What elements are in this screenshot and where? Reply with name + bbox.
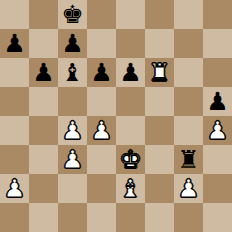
square-d3[interactable] xyxy=(87,145,116,174)
white-pawn-g2[interactable]: ♟ xyxy=(177,174,199,203)
square-e4[interactable] xyxy=(116,116,145,145)
square-a2[interactable]: ♟ xyxy=(0,174,29,203)
white-pawn-c3[interactable]: ♟ xyxy=(61,145,83,174)
square-g1[interactable] xyxy=(174,203,203,232)
square-g4[interactable] xyxy=(174,116,203,145)
square-f7[interactable] xyxy=(145,29,174,58)
square-g6[interactable] xyxy=(174,58,203,87)
chess-board: ♚♟♟♟♝♟♟♜♟♟♟♟♟♚♜♟♝♟ xyxy=(0,0,232,232)
square-b8[interactable] xyxy=(29,0,58,29)
square-e7[interactable] xyxy=(116,29,145,58)
square-h8[interactable] xyxy=(203,0,232,29)
square-a3[interactable] xyxy=(0,145,29,174)
square-g3[interactable]: ♜ xyxy=(174,145,203,174)
square-f1[interactable] xyxy=(145,203,174,232)
black-pawn-a7[interactable]: ♟ xyxy=(3,29,25,58)
black-bishop-c6[interactable]: ♝ xyxy=(61,58,83,87)
square-e2[interactable]: ♝ xyxy=(116,174,145,203)
black-pawn-e6[interactable]: ♟ xyxy=(119,58,141,87)
square-b7[interactable] xyxy=(29,29,58,58)
square-e5[interactable] xyxy=(116,87,145,116)
black-pawn-c7[interactable]: ♟ xyxy=(61,29,83,58)
square-c1[interactable] xyxy=(58,203,87,232)
white-pawn-a2[interactable]: ♟ xyxy=(3,174,25,203)
black-pawn-d6[interactable]: ♟ xyxy=(90,58,112,87)
square-b2[interactable] xyxy=(29,174,58,203)
square-a6[interactable] xyxy=(0,58,29,87)
square-h5[interactable]: ♟ xyxy=(203,87,232,116)
square-f8[interactable] xyxy=(145,0,174,29)
square-c3[interactable]: ♟ xyxy=(58,145,87,174)
white-pawn-c4[interactable]: ♟ xyxy=(61,116,83,145)
white-rook-f6[interactable]: ♜ xyxy=(148,58,170,87)
square-a5[interactable] xyxy=(0,87,29,116)
square-g8[interactable] xyxy=(174,0,203,29)
square-e6[interactable]: ♟ xyxy=(116,58,145,87)
square-d5[interactable] xyxy=(87,87,116,116)
square-b4[interactable] xyxy=(29,116,58,145)
square-c5[interactable] xyxy=(58,87,87,116)
white-bishop-e2[interactable]: ♝ xyxy=(119,174,141,203)
square-g5[interactable] xyxy=(174,87,203,116)
square-g2[interactable]: ♟ xyxy=(174,174,203,203)
square-f5[interactable] xyxy=(145,87,174,116)
black-pawn-h5[interactable]: ♟ xyxy=(206,87,228,116)
square-c8[interactable]: ♚ xyxy=(58,0,87,29)
black-rook-g3[interactable]: ♜ xyxy=(177,145,199,174)
square-a1[interactable] xyxy=(0,203,29,232)
square-h1[interactable] xyxy=(203,203,232,232)
square-h6[interactable] xyxy=(203,58,232,87)
square-a8[interactable] xyxy=(0,0,29,29)
square-a4[interactable] xyxy=(0,116,29,145)
square-f4[interactable] xyxy=(145,116,174,145)
black-pawn-b6[interactable]: ♟ xyxy=(32,58,54,87)
square-f3[interactable] xyxy=(145,145,174,174)
square-b1[interactable] xyxy=(29,203,58,232)
square-a7[interactable]: ♟ xyxy=(0,29,29,58)
square-d8[interactable] xyxy=(87,0,116,29)
square-f2[interactable] xyxy=(145,174,174,203)
square-e3[interactable]: ♚ xyxy=(116,145,145,174)
square-c7[interactable]: ♟ xyxy=(58,29,87,58)
square-b6[interactable]: ♟ xyxy=(29,58,58,87)
square-c2[interactable] xyxy=(58,174,87,203)
square-h4[interactable]: ♟ xyxy=(203,116,232,145)
square-h3[interactable] xyxy=(203,145,232,174)
square-c6[interactable]: ♝ xyxy=(58,58,87,87)
square-d1[interactable] xyxy=(87,203,116,232)
white-pawn-d4[interactable]: ♟ xyxy=(90,116,112,145)
black-king-c8[interactable]: ♚ xyxy=(61,0,83,29)
square-h2[interactable] xyxy=(203,174,232,203)
square-c4[interactable]: ♟ xyxy=(58,116,87,145)
square-b5[interactable] xyxy=(29,87,58,116)
white-king-e3[interactable]: ♚ xyxy=(119,145,141,174)
square-e1[interactable] xyxy=(116,203,145,232)
square-d7[interactable] xyxy=(87,29,116,58)
square-b3[interactable] xyxy=(29,145,58,174)
square-h7[interactable] xyxy=(203,29,232,58)
square-d2[interactable] xyxy=(87,174,116,203)
square-f6[interactable]: ♜ xyxy=(145,58,174,87)
square-e8[interactable] xyxy=(116,0,145,29)
square-d6[interactable]: ♟ xyxy=(87,58,116,87)
white-pawn-h4[interactable]: ♟ xyxy=(206,116,228,145)
square-g7[interactable] xyxy=(174,29,203,58)
square-d4[interactable]: ♟ xyxy=(87,116,116,145)
